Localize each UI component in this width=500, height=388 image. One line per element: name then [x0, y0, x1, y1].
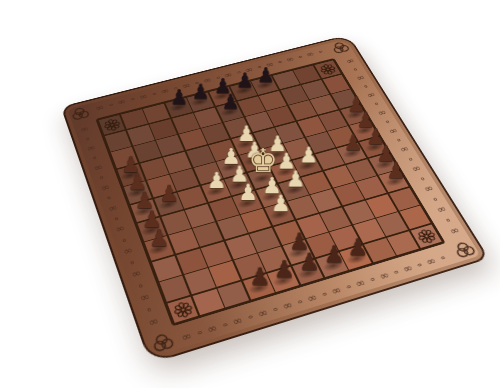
- board-cell[interactable]: [311, 189, 342, 212]
- board-cell[interactable]: [130, 199, 159, 223]
- board-cell[interactable]: [297, 214, 328, 238]
- board-cell[interactable]: [340, 245, 372, 270]
- board-cell[interactable]: [378, 170, 409, 192]
- board-cell[interactable]: [364, 238, 396, 263]
- board-cell[interactable]: [241, 209, 271, 233]
- board-cell[interactable]: [334, 183, 365, 206]
- board-cell[interactable]: [137, 217, 167, 241]
- board-cell[interactable]: [201, 180, 230, 203]
- board-cell[interactable]: [209, 261, 240, 287]
- board-cell[interactable]: [192, 289, 224, 316]
- corner-escape-cell[interactable]: [410, 224, 442, 248]
- board-cell[interactable]: [147, 175, 176, 198]
- board-cell[interactable]: [232, 191, 262, 214]
- board-cell[interactable]: [366, 194, 397, 217]
- board-cell[interactable]: [193, 222, 223, 246]
- board-cell[interactable]: [184, 268, 215, 294]
- board-cell[interactable]: [217, 216, 247, 240]
- board-cell[interactable]: [218, 281, 250, 308]
- board-cell[interactable]: [243, 274, 275, 300]
- board-cell[interactable]: [376, 212, 408, 236]
- board-cell[interactable]: [389, 188, 420, 211]
- board-cell[interactable]: [169, 229, 199, 254]
- board-cell[interactable]: [320, 207, 351, 231]
- board-cell[interactable]: [306, 233, 338, 258]
- board-cell[interactable]: [201, 241, 232, 266]
- board-cell[interactable]: [151, 256, 182, 282]
- board-cell[interactable]: [343, 201, 374, 225]
- board-cell[interactable]: [387, 231, 419, 256]
- celtic-knot-icon: [449, 238, 481, 262]
- board-cell[interactable]: [316, 252, 348, 278]
- board-cell[interactable]: [185, 204, 215, 228]
- board-grid: [97, 59, 445, 326]
- board-cell[interactable]: [178, 186, 207, 209]
- board-cell[interactable]: [209, 197, 239, 220]
- board-cell[interactable]: [123, 181, 152, 204]
- board-cell[interactable]: [249, 227, 280, 252]
- celtic-knot-icon: [68, 104, 93, 123]
- board-cell[interactable]: [279, 178, 309, 201]
- board-cell[interactable]: [288, 196, 318, 219]
- board-cell[interactable]: [225, 234, 256, 259]
- hnefatafl-board: ∞∘∞∘∞∘∞∘∞∘∞∘∞∘∞∘∞∘∞∘∞∘∞∘∞∘∞∘∞∘∞∘ ∞∘∞∘∞∘∞…: [61, 35, 490, 365]
- board-cell[interactable]: [330, 226, 362, 251]
- board-cell[interactable]: [267, 266, 299, 292]
- board-cell[interactable]: [159, 276, 190, 302]
- celtic-knot-icon: [328, 39, 354, 56]
- board-cell[interactable]: [258, 247, 289, 272]
- board-cell[interactable]: [256, 184, 286, 207]
- board-cell[interactable]: [273, 221, 304, 245]
- board-cell[interactable]: [356, 176, 387, 199]
- board-cell[interactable]: [282, 240, 314, 265]
- board-cell[interactable]: [399, 205, 431, 229]
- board-cell[interactable]: [144, 236, 174, 261]
- board-cell[interactable]: [161, 211, 191, 235]
- board-cell[interactable]: [353, 219, 385, 243]
- board-cell[interactable]: [234, 254, 265, 280]
- board-cell[interactable]: [176, 248, 207, 273]
- corner-escape-cell[interactable]: [167, 296, 199, 323]
- product-photo-scene: ∞∘∞∘∞∘∞∘∞∘∞∘∞∘∞∘∞∘∞∘∞∘∞∘∞∘∞∘∞∘∞∘ ∞∘∞∘∞∘∞…: [0, 0, 500, 388]
- board-cell[interactable]: [292, 259, 324, 285]
- board-cell[interactable]: [154, 192, 183, 215]
- board-cell[interactable]: [264, 202, 294, 226]
- celtic-knot-icon: [147, 329, 178, 356]
